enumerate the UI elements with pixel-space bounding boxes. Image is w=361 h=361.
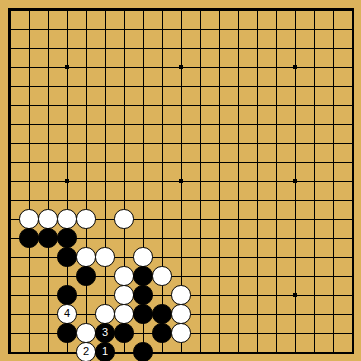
white-stone[interactable] [76,209,95,228]
white-stone[interactable] [57,209,76,228]
move-number-label: 4 [64,308,70,319]
stones-layer: 4321 [0,0,361,361]
black-stone[interactable] [19,228,38,247]
black-stone[interactable] [133,304,152,323]
white-stone-move-4[interactable]: 4 [57,304,76,323]
black-stone[interactable] [57,285,76,304]
white-stone[interactable] [114,209,133,228]
white-stone[interactable] [76,247,95,266]
black-stone[interactable] [133,285,152,304]
white-stone[interactable] [95,247,114,266]
black-stone-move-1[interactable]: 1 [95,342,114,361]
white-stone[interactable] [171,285,190,304]
black-stone[interactable] [38,228,57,247]
white-stone-move-2[interactable]: 2 [76,342,95,361]
white-stone[interactable] [114,304,133,323]
black-stone[interactable] [133,342,152,361]
white-stone[interactable] [171,304,190,323]
black-stone[interactable] [57,247,76,266]
black-stone[interactable] [152,304,171,323]
black-stone[interactable] [152,323,171,342]
black-stone[interactable] [57,323,76,342]
move-number-label: 3 [102,327,108,338]
white-stone[interactable] [152,266,171,285]
black-stone[interactable] [133,266,152,285]
white-stone[interactable] [95,304,114,323]
move-number-label: 2 [83,346,89,357]
black-stone[interactable] [57,228,76,247]
white-stone[interactable] [171,323,190,342]
go-diagram: 4321 [0,0,361,361]
white-stone[interactable] [133,247,152,266]
black-stone[interactable] [114,323,133,342]
white-stone[interactable] [19,209,38,228]
white-stone[interactable] [114,266,133,285]
move-number-label: 1 [102,346,108,357]
black-stone-move-3[interactable]: 3 [95,323,114,342]
white-stone[interactable] [76,323,95,342]
white-stone[interactable] [38,209,57,228]
white-stone[interactable] [114,285,133,304]
black-stone[interactable] [76,266,95,285]
